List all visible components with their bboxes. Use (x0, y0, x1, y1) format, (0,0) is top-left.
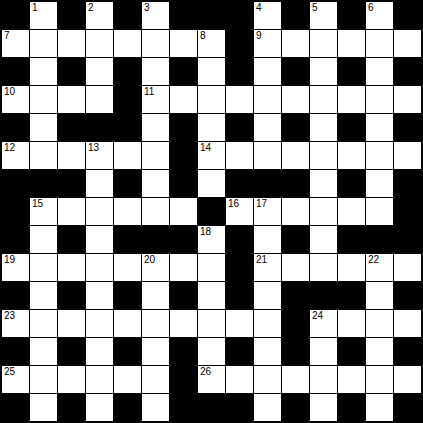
cell-8-7[interactable]: 18 (198, 226, 226, 254)
block-12-2 (58, 338, 86, 366)
cell-3-2[interactable] (58, 86, 86, 114)
cell-1-7[interactable]: 8 (198, 30, 226, 58)
block-10-10 (282, 282, 310, 310)
block-12-6 (170, 338, 198, 366)
block-12-14 (394, 338, 422, 366)
cell-12-5[interactable] (142, 338, 170, 366)
block-12-12 (338, 338, 366, 366)
block-0-2 (58, 2, 86, 30)
cell-13-9[interactable] (254, 366, 282, 394)
clue-number-3: 3 (144, 2, 150, 13)
cell-5-2[interactable] (58, 142, 86, 170)
block-6-0 (2, 170, 30, 198)
cell-7-6[interactable] (170, 198, 198, 226)
block-4-3 (86, 114, 114, 142)
cell-11-3[interactable] (86, 310, 114, 338)
block-14-8 (226, 394, 254, 422)
cell-14-9[interactable] (254, 394, 282, 422)
block-13-6 (170, 366, 198, 394)
cell-6-7[interactable] (198, 170, 226, 198)
cell-9-4[interactable] (114, 254, 142, 282)
cell-5-10[interactable] (282, 142, 310, 170)
cell-11-12[interactable] (338, 310, 366, 338)
cell-9-7[interactable] (198, 254, 226, 282)
clue-number-7: 7 (4, 30, 10, 41)
cell-11-2[interactable] (58, 310, 86, 338)
block-14-6 (170, 394, 198, 422)
block-0-8 (226, 2, 254, 30)
clue-number-5: 5 (312, 2, 318, 13)
block-6-8 (226, 170, 254, 198)
block-2-0 (2, 58, 30, 86)
clue-number-12: 12 (4, 142, 15, 153)
clue-number-14: 14 (200, 142, 211, 153)
block-8-13 (366, 226, 394, 254)
cell-12-13[interactable] (366, 338, 394, 366)
cell-13-2[interactable] (58, 366, 86, 394)
block-10-0 (2, 282, 30, 310)
block-10-2 (58, 282, 86, 310)
clue-number-9: 9 (256, 30, 262, 41)
cell-2-3[interactable] (86, 58, 114, 86)
block-0-0 (2, 2, 30, 30)
cell-11-1[interactable] (30, 310, 58, 338)
clue-number-2: 2 (88, 2, 94, 13)
cell-10-7[interactable] (198, 282, 226, 310)
clue-number-16: 16 (228, 198, 239, 209)
cell-10-9[interactable] (254, 282, 282, 310)
block-6-4 (114, 170, 142, 198)
block-10-14 (394, 282, 422, 310)
block-6-9 (254, 170, 282, 198)
clue-number-24: 24 (312, 310, 323, 321)
cell-11-5[interactable] (142, 310, 170, 338)
cell-5-9[interactable] (254, 142, 282, 170)
block-10-11 (310, 282, 338, 310)
cell-11-8[interactable] (226, 310, 254, 338)
cell-13-13[interactable] (366, 366, 394, 394)
cell-1-13[interactable] (366, 30, 394, 58)
cell-9-12[interactable] (338, 254, 366, 282)
block-6-6 (170, 170, 198, 198)
cell-3-12[interactable] (338, 86, 366, 114)
clue-number-13: 13 (88, 142, 99, 153)
block-8-5 (142, 226, 170, 254)
block-14-0 (2, 394, 30, 422)
block-12-4 (114, 338, 142, 366)
cell-1-14[interactable] (394, 30, 422, 58)
cell-3-1[interactable] (30, 86, 58, 114)
block-14-10 (282, 394, 310, 422)
cell-9-0[interactable]: 19 (2, 254, 30, 282)
block-4-8 (226, 114, 254, 142)
block-14-2 (58, 394, 86, 422)
cell-5-0[interactable]: 12 (2, 142, 30, 170)
cell-13-0[interactable]: 25 (2, 366, 30, 394)
cell-14-3[interactable] (86, 394, 114, 422)
block-12-10 (282, 338, 310, 366)
clue-number-17: 17 (256, 198, 267, 209)
cell-13-8[interactable] (226, 366, 254, 394)
block-0-6 (170, 2, 198, 30)
block-8-0 (2, 226, 30, 254)
clue-number-6: 6 (368, 2, 374, 13)
cell-12-11[interactable] (310, 338, 338, 366)
block-2-14 (394, 58, 422, 86)
block-8-6 (170, 226, 198, 254)
cell-0-9[interactable]: 4 (254, 2, 282, 30)
cell-1-2[interactable] (58, 30, 86, 58)
cell-3-6[interactable] (170, 86, 198, 114)
cell-5-5[interactable] (142, 142, 170, 170)
block-4-6 (170, 114, 198, 142)
block-11-10 (282, 310, 310, 338)
cell-6-3[interactable] (86, 170, 114, 198)
block-0-4 (114, 2, 142, 30)
block-10-12 (338, 282, 366, 310)
cell-5-13[interactable] (366, 142, 394, 170)
cell-7-2[interactable] (58, 198, 86, 226)
block-6-1 (30, 170, 58, 198)
block-8-12 (338, 226, 366, 254)
cell-1-3[interactable] (86, 30, 114, 58)
block-7-14 (394, 198, 422, 226)
cell-7-9[interactable]: 17 (254, 198, 282, 226)
cell-11-6[interactable] (170, 310, 198, 338)
cell-11-13[interactable] (366, 310, 394, 338)
block-4-0 (2, 114, 30, 142)
cell-8-11[interactable] (310, 226, 338, 254)
cell-2-5[interactable] (142, 58, 170, 86)
cell-3-14[interactable] (394, 86, 422, 114)
cell-0-13[interactable]: 6 (366, 2, 394, 30)
cell-12-3[interactable] (86, 338, 114, 366)
cell-10-1[interactable] (30, 282, 58, 310)
cell-0-5[interactable]: 3 (142, 2, 170, 30)
cell-1-5[interactable] (142, 30, 170, 58)
block-2-12 (338, 58, 366, 86)
cell-4-5[interactable] (142, 114, 170, 142)
cell-3-0[interactable]: 10 (2, 86, 30, 114)
block-4-10 (282, 114, 310, 142)
cell-10-3[interactable] (86, 282, 114, 310)
cell-14-11[interactable] (310, 394, 338, 422)
cell-9-5[interactable]: 20 (142, 254, 170, 282)
cell-11-4[interactable] (114, 310, 142, 338)
cell-7-5[interactable] (142, 198, 170, 226)
cell-9-9[interactable]: 21 (254, 254, 282, 282)
clue-number-23: 23 (4, 310, 15, 321)
cell-5-7[interactable]: 14 (198, 142, 226, 170)
cell-4-13[interactable] (366, 114, 394, 142)
cell-13-4[interactable] (114, 366, 142, 394)
crossword-board: 1234567891011121314151617181920212223242… (0, 0, 423, 423)
cell-7-13[interactable] (366, 198, 394, 226)
cell-7-8[interactable]: 16 (226, 198, 254, 226)
cell-10-5[interactable] (142, 282, 170, 310)
block-0-12 (338, 2, 366, 30)
cell-14-1[interactable] (30, 394, 58, 422)
cell-7-4[interactable] (114, 198, 142, 226)
block-12-8 (226, 338, 254, 366)
block-7-7 (198, 198, 226, 226)
clue-number-20: 20 (144, 254, 155, 265)
cell-2-9[interactable] (254, 58, 282, 86)
clue-number-1: 1 (32, 2, 38, 13)
cell-1-0[interactable]: 7 (2, 30, 30, 58)
cell-3-7[interactable] (198, 86, 226, 114)
clue-number-21: 21 (256, 254, 267, 265)
block-14-7 (198, 394, 226, 422)
cell-5-11[interactable] (310, 142, 338, 170)
cell-7-12[interactable] (338, 198, 366, 226)
cell-1-1[interactable] (30, 30, 58, 58)
block-10-4 (114, 282, 142, 310)
cell-13-11[interactable] (310, 366, 338, 394)
block-7-0 (2, 198, 30, 226)
block-4-2 (58, 114, 86, 142)
clue-number-11: 11 (144, 86, 154, 97)
cell-8-1[interactable] (30, 226, 58, 254)
cell-9-1[interactable] (30, 254, 58, 282)
cell-2-7[interactable] (198, 58, 226, 86)
cell-4-1[interactable] (30, 114, 58, 142)
cell-12-7[interactable] (198, 338, 226, 366)
block-14-14 (394, 394, 422, 422)
cell-7-3[interactable] (86, 198, 114, 226)
block-2-4 (114, 58, 142, 86)
block-4-14 (394, 114, 422, 142)
cell-3-3[interactable] (86, 86, 114, 114)
cell-3-5[interactable]: 11 (142, 86, 170, 114)
cell-2-13[interactable] (366, 58, 394, 86)
crossword-grid: 1234567891011121314151617181920212223242… (2, 2, 423, 422)
clue-number-15: 15 (32, 198, 43, 209)
block-14-12 (338, 394, 366, 422)
block-6-10 (282, 170, 310, 198)
cell-14-13[interactable] (366, 394, 394, 422)
block-8-4 (114, 226, 142, 254)
cell-12-1[interactable] (30, 338, 58, 366)
cell-5-14[interactable] (394, 142, 422, 170)
block-4-12 (338, 114, 366, 142)
cell-9-13[interactable]: 22 (366, 254, 394, 282)
clue-number-10: 10 (4, 86, 15, 97)
clue-number-19: 19 (4, 254, 15, 265)
cell-13-3[interactable] (86, 366, 114, 394)
cell-1-12[interactable] (338, 30, 366, 58)
cell-1-11[interactable] (310, 30, 338, 58)
cell-11-9[interactable] (254, 310, 282, 338)
block-2-10 (282, 58, 310, 86)
block-8-10 (282, 226, 310, 254)
clue-number-22: 22 (368, 254, 379, 265)
cell-5-3[interactable]: 13 (86, 142, 114, 170)
cell-9-6[interactable] (170, 254, 198, 282)
cell-9-3[interactable] (86, 254, 114, 282)
cell-1-10[interactable] (282, 30, 310, 58)
cell-1-9[interactable]: 9 (254, 30, 282, 58)
cell-5-12[interactable] (338, 142, 366, 170)
cell-6-13[interactable] (366, 170, 394, 198)
clue-number-4: 4 (256, 2, 262, 13)
cell-9-11[interactable] (310, 254, 338, 282)
cell-12-9[interactable] (254, 338, 282, 366)
cell-11-0[interactable]: 23 (2, 310, 30, 338)
block-8-8 (226, 226, 254, 254)
cell-13-10[interactable] (282, 366, 310, 394)
cell-14-5[interactable] (142, 394, 170, 422)
cell-4-11[interactable] (310, 114, 338, 142)
block-6-2 (58, 170, 86, 198)
clue-number-25: 25 (4, 366, 15, 377)
cell-2-1[interactable] (30, 58, 58, 86)
cell-2-11[interactable] (310, 58, 338, 86)
block-5-6 (170, 142, 198, 170)
block-3-4 (114, 86, 142, 114)
cell-1-6[interactable] (170, 30, 198, 58)
cell-9-10[interactable] (282, 254, 310, 282)
block-12-0 (2, 338, 30, 366)
block-4-4 (114, 114, 142, 142)
cell-3-11[interactable] (310, 86, 338, 114)
block-10-8 (226, 282, 254, 310)
block-2-6 (170, 58, 198, 86)
cell-8-3[interactable] (86, 226, 114, 254)
cell-0-1[interactable]: 1 (30, 2, 58, 30)
clue-number-26: 26 (200, 366, 211, 377)
cell-3-9[interactable] (254, 86, 282, 114)
block-8-2 (58, 226, 86, 254)
cell-5-1[interactable] (30, 142, 58, 170)
block-6-14 (394, 170, 422, 198)
cell-13-5[interactable] (142, 366, 170, 394)
cell-6-11[interactable] (310, 170, 338, 198)
cell-13-14[interactable] (394, 366, 422, 394)
cell-7-1[interactable]: 15 (30, 198, 58, 226)
cell-6-5[interactable] (142, 170, 170, 198)
cell-0-3[interactable]: 2 (86, 2, 114, 30)
cell-11-14[interactable] (394, 310, 422, 338)
cell-5-8[interactable] (226, 142, 254, 170)
block-9-8 (226, 254, 254, 282)
cell-9-14[interactable] (394, 254, 422, 282)
cell-3-8[interactable] (226, 86, 254, 114)
cell-13-12[interactable] (338, 366, 366, 394)
clue-number-18: 18 (200, 226, 211, 237)
cell-7-10[interactable] (282, 198, 310, 226)
block-8-14 (394, 226, 422, 254)
cell-13-7[interactable]: 26 (198, 366, 226, 394)
cell-3-13[interactable] (366, 86, 394, 114)
cell-8-9[interactable] (254, 226, 282, 254)
cell-11-7[interactable] (198, 310, 226, 338)
cell-7-11[interactable] (310, 198, 338, 226)
block-0-14 (394, 2, 422, 30)
cell-4-9[interactable] (254, 114, 282, 142)
block-14-4 (114, 394, 142, 422)
cell-5-4[interactable] (114, 142, 142, 170)
block-2-8 (226, 58, 254, 86)
block-1-8 (226, 30, 254, 58)
cell-0-11[interactable]: 5 (310, 2, 338, 30)
cell-1-4[interactable] (114, 30, 142, 58)
clue-number-8: 8 (200, 30, 206, 41)
cell-10-13[interactable] (366, 282, 394, 310)
block-2-2 (58, 58, 86, 86)
cell-11-11[interactable]: 24 (310, 310, 338, 338)
cell-3-10[interactable] (282, 86, 310, 114)
cell-9-2[interactable] (58, 254, 86, 282)
cell-13-1[interactable] (30, 366, 58, 394)
block-10-6 (170, 282, 198, 310)
cell-4-7[interactable] (198, 114, 226, 142)
block-0-10 (282, 2, 310, 30)
block-6-12 (338, 170, 366, 198)
block-0-7 (198, 2, 226, 30)
